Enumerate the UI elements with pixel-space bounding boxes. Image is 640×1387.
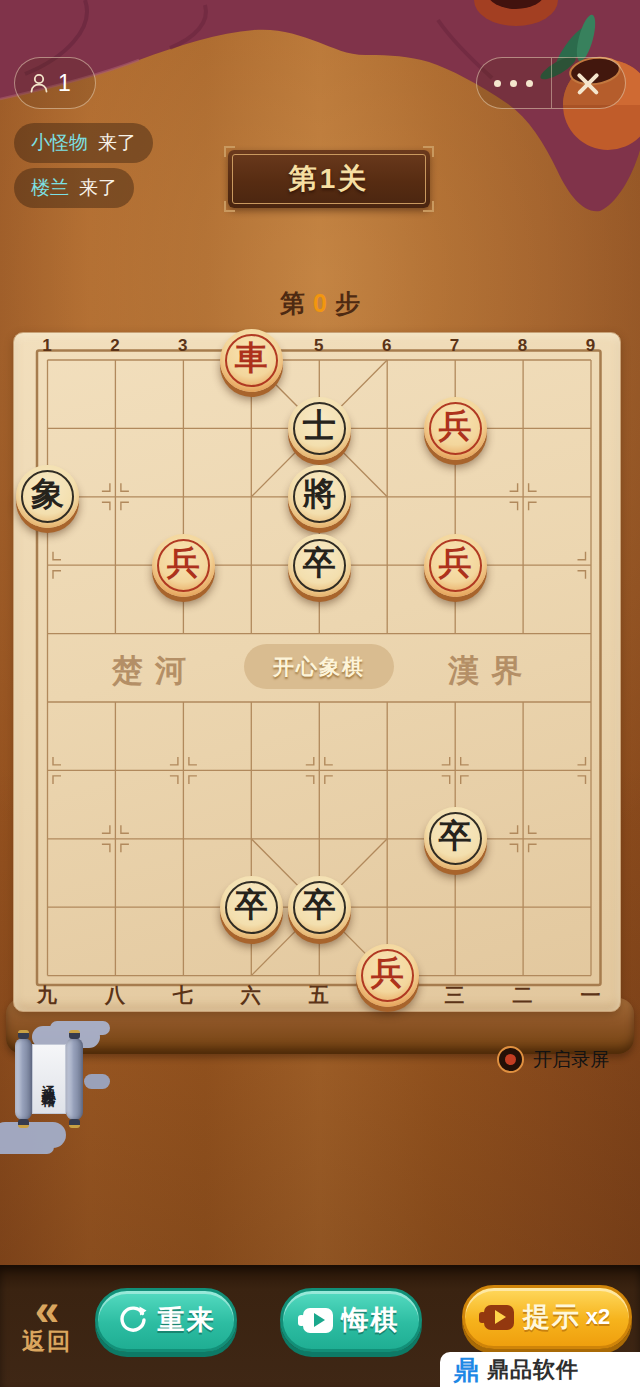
scroll-label: 通关秘籍 xyxy=(40,1073,58,1085)
record-icon xyxy=(497,1046,524,1073)
piece-black-象[interactable]: 象 xyxy=(16,465,79,528)
piece-black-將[interactable]: 將 xyxy=(288,465,351,528)
chat-user: 小怪物 xyxy=(31,130,88,156)
step-prefix: 第 xyxy=(280,289,305,317)
cloud-icon xyxy=(84,1074,110,1089)
chat-text: 来了 xyxy=(79,175,117,201)
pieces-layer: 車士兵象將兵卒兵卒卒卒兵 xyxy=(14,326,626,1010)
piece-black-卒[interactable]: 卒 xyxy=(288,876,351,939)
level-label: 第1关 xyxy=(289,160,370,198)
level-guide-scroll[interactable]: 通关秘籍 xyxy=(2,1028,106,1170)
cloud-icon xyxy=(0,1122,66,1148)
video-ad-icon xyxy=(484,1305,514,1330)
viewer-count: 1 xyxy=(58,70,71,97)
close-icon xyxy=(574,69,602,97)
piece-red-兵[interactable]: 兵 xyxy=(356,944,419,1007)
brand-watermark: 鼎 鼎品软件 xyxy=(440,1352,640,1387)
game-screen: 1 小怪物来了楼兰来了 第1关 第0步 123456789 九八七六五四三二一 … xyxy=(0,0,640,1387)
step-suffix: 步 xyxy=(335,289,360,317)
chat-message: 小怪物来了 xyxy=(14,123,153,163)
more-button[interactable] xyxy=(477,58,551,108)
brand-logo-icon: 鼎 xyxy=(453,1357,479,1383)
video-ad-icon xyxy=(303,1308,333,1333)
piece-black-卒[interactable]: 卒 xyxy=(424,807,487,870)
chat-user: 楼兰 xyxy=(31,175,69,201)
corner-ornament xyxy=(224,201,235,212)
corner-ornament xyxy=(423,146,434,157)
step-count: 0 xyxy=(313,289,327,317)
window-controls-pill xyxy=(476,57,626,109)
hint-label: 提示 xyxy=(523,1299,581,1335)
level-banner: 第1关 xyxy=(228,150,430,208)
hint-button[interactable]: 提示 x2 xyxy=(462,1285,632,1349)
scroll-roller xyxy=(66,1038,83,1120)
pot-top-icon xyxy=(474,0,558,26)
close-button[interactable] xyxy=(552,58,626,108)
corner-ornament xyxy=(423,201,434,212)
brand-name: 鼎品软件 xyxy=(487,1355,579,1385)
scroll-paper: 通关秘籍 xyxy=(32,1044,66,1114)
piece-red-兵[interactable]: 兵 xyxy=(152,534,215,597)
restart-button[interactable]: 重来 xyxy=(95,1288,237,1352)
piece-black-卒[interactable]: 卒 xyxy=(220,876,283,939)
undo-button[interactable]: 悔棋 xyxy=(280,1288,422,1352)
more-dots-icon xyxy=(494,80,533,87)
piece-red-車[interactable]: 車 xyxy=(220,329,283,392)
screen-record-toggle[interactable]: 开启录屏 xyxy=(497,1046,609,1073)
back-button[interactable]: « 返回 xyxy=(16,1293,78,1357)
step-indicator: 第0步 xyxy=(0,287,640,320)
back-chevron-icon: « xyxy=(16,1293,78,1326)
xiangqi-board: 123456789 九八七六五四三二一 楚河 漢界 开心象棋 車士兵象將兵卒兵卒… xyxy=(13,332,621,1012)
undo-label: 悔棋 xyxy=(342,1302,400,1338)
person-icon xyxy=(28,72,50,94)
piece-red-兵[interactable]: 兵 xyxy=(424,534,487,597)
corner-ornament xyxy=(224,146,235,157)
piece-black-士[interactable]: 士 xyxy=(288,397,351,460)
hint-count-badge: x2 xyxy=(586,1304,610,1330)
restart-label: 重来 xyxy=(158,1302,216,1338)
piece-red-兵[interactable]: 兵 xyxy=(424,397,487,460)
viewer-count-pill[interactable]: 1 xyxy=(14,57,96,109)
restart-icon xyxy=(117,1304,149,1336)
chat-list: 小怪物来了楼兰来了 xyxy=(14,123,153,208)
back-label: 返回 xyxy=(22,1328,72,1354)
piece-black-卒[interactable]: 卒 xyxy=(288,534,351,597)
chat-message: 楼兰来了 xyxy=(14,168,134,208)
record-label: 开启录屏 xyxy=(533,1047,609,1073)
chat-text: 来了 xyxy=(98,130,136,156)
scroll-roller xyxy=(15,1038,32,1120)
